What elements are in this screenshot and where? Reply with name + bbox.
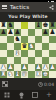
- square-e1[interactable]: [28, 71, 35, 78]
- bottom-nav: +: [0, 90, 56, 100]
- piece-black-pawn[interactable]: ♟: [7, 29, 14, 36]
- piece-white-bishop[interactable]: ♝: [14, 71, 21, 78]
- square-d8[interactable]: [21, 22, 28, 29]
- square-h1[interactable]: [49, 71, 56, 78]
- square-d7[interactable]: [21, 29, 28, 36]
- share-icon[interactable]: [49, 5, 54, 10]
- piece-white-king[interactable]: ♚: [42, 71, 49, 78]
- piece-white-bishop[interactable]: ♝: [14, 50, 21, 57]
- piece-white-queen[interactable]: ♛: [21, 71, 28, 78]
- square-a7[interactable]: ♟: [0, 29, 7, 36]
- piece-black-queen[interactable]: ♛: [21, 43, 28, 50]
- square-e4[interactable]: [28, 50, 35, 57]
- square-f8[interactable]: ♝: [35, 22, 42, 29]
- square-h2[interactable]: ♟: [49, 64, 56, 71]
- piece-black-bishop[interactable]: ♝: [35, 22, 42, 29]
- square-b6[interactable]: [7, 36, 14, 43]
- square-g5[interactable]: [42, 43, 49, 50]
- square-f7[interactable]: [35, 29, 42, 36]
- square-a6[interactable]: [0, 36, 7, 43]
- square-h7[interactable]: ♟: [49, 29, 56, 36]
- tactics-app: Tactics You Play White ♜♞♝♚♜♟♟♟♟♟♞♛♞♝♟♟♟…: [0, 0, 56, 100]
- square-b7[interactable]: ♟: [7, 29, 14, 36]
- square-a4[interactable]: [0, 50, 7, 57]
- square-f4[interactable]: [35, 50, 42, 57]
- square-d5[interactable]: ♛: [21, 43, 28, 50]
- plus-icon[interactable]: +: [45, 91, 53, 99]
- piece-black-pawn[interactable]: ♟: [49, 29, 56, 36]
- piece-white-knight[interactable]: ♞: [28, 43, 35, 50]
- chess-board: ♜♞♝♚♜♟♟♟♟♟♞♛♞♝♟♟♟♟♟♟♜♞♝♛♜♚: [0, 22, 56, 78]
- info-strip: 0:04: [0, 78, 56, 90]
- grid-icon[interactable]: [3, 91, 11, 99]
- square-f1[interactable]: ♜: [35, 71, 42, 78]
- square-b5[interactable]: [7, 43, 14, 50]
- square-b1[interactable]: ♞: [7, 71, 14, 78]
- square-g6[interactable]: [42, 36, 49, 43]
- menu-icon[interactable]: [2, 5, 7, 9]
- piece-white-rook[interactable]: ♜: [35, 71, 42, 78]
- square-h4[interactable]: [49, 50, 56, 57]
- square-c4[interactable]: ♝: [14, 50, 21, 57]
- analysis-board-icon[interactable]: [31, 91, 39, 99]
- piece-black-pawn[interactable]: ♟: [42, 29, 49, 36]
- square-h6[interactable]: [49, 36, 56, 43]
- plus-glyph: +: [46, 91, 52, 99]
- square-a5[interactable]: [0, 43, 7, 50]
- square-g1[interactable]: ♚: [42, 71, 49, 78]
- piece-white-knight[interactable]: ♞: [7, 71, 14, 78]
- square-e3[interactable]: [28, 57, 35, 64]
- page-title: Tactics: [10, 2, 29, 12]
- square-a1[interactable]: ♜: [0, 71, 7, 78]
- timer-value: 0:04: [44, 82, 54, 87]
- piece-black-knight[interactable]: ♞: [14, 36, 21, 43]
- square-c1[interactable]: ♝: [14, 71, 21, 78]
- square-h5[interactable]: [49, 43, 56, 50]
- square-f6[interactable]: [35, 36, 42, 43]
- square-g4[interactable]: [42, 50, 49, 57]
- hint-icon[interactable]: [17, 91, 25, 99]
- piece-black-pawn[interactable]: ♟: [0, 29, 7, 36]
- square-d1[interactable]: ♛: [21, 71, 28, 78]
- square-e7[interactable]: [28, 29, 35, 36]
- square-e8[interactable]: [28, 22, 35, 29]
- square-g7[interactable]: ♟: [42, 29, 49, 36]
- square-c3[interactable]: [14, 57, 21, 64]
- clock-icon: [38, 82, 43, 87]
- square-e2[interactable]: [28, 64, 35, 71]
- square-d4[interactable]: [21, 50, 28, 57]
- square-e5[interactable]: ♞: [28, 43, 35, 50]
- square-f5[interactable]: [35, 43, 42, 50]
- square-c6[interactable]: ♞: [14, 36, 21, 43]
- piece-white-rook[interactable]: ♜: [0, 71, 7, 78]
- piece-white-pawn[interactable]: ♟: [49, 64, 56, 71]
- timer: 0:04: [38, 78, 54, 90]
- board-icon[interactable]: [2, 81, 8, 87]
- square-b4[interactable]: [7, 50, 14, 57]
- top-bar: Tactics: [0, 2, 56, 12]
